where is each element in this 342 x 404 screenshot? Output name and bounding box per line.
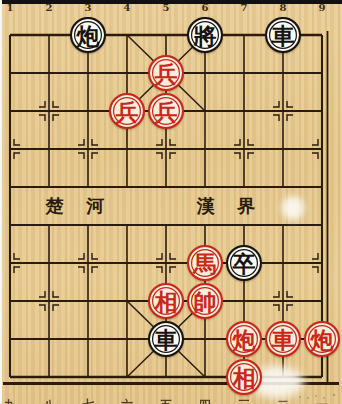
file-label-bottom: 三 — [238, 397, 250, 404]
top-border-bar — [0, 0, 342, 4]
piece-black-chariot[interactable]: 車 — [148, 321, 184, 357]
file-label-bottom: 九 — [4, 397, 16, 404]
piece-character: 兵 — [155, 100, 178, 123]
piece-character: 兵 — [116, 100, 139, 123]
piece-red-soldier[interactable]: 兵 — [148, 93, 184, 129]
piece-character: 炮 — [311, 328, 334, 351]
river-text-right: 漢 界 — [197, 194, 263, 218]
piece-red-cannon[interactable]: 炮 — [226, 321, 262, 357]
piece-character: 帥 — [194, 290, 217, 313]
file-label-bottom: 七 — [82, 397, 94, 404]
watermark-specks — [296, 392, 340, 402]
file-label-bottom: 六 — [121, 397, 133, 404]
piece-character: 車 — [155, 328, 178, 351]
piece-character: 相 — [155, 290, 178, 313]
smudge-blob — [282, 196, 304, 220]
river-text-left: 楚 河 — [46, 194, 112, 218]
piece-red-elephant[interactable]: 相 — [226, 359, 262, 395]
piece-character: 炮 — [77, 24, 100, 47]
piece-character: 兵 — [155, 62, 178, 85]
file-label-bottom: 二 — [277, 397, 289, 404]
piece-character: 卒 — [233, 252, 256, 275]
piece-character: 將 — [194, 24, 217, 47]
file-label-bottom: 五 — [160, 397, 172, 404]
piece-character: 相 — [233, 366, 256, 389]
file-label-bottom: 八 — [43, 397, 55, 404]
piece-red-soldier[interactable]: 兵 — [109, 93, 145, 129]
left-edge-strip — [0, 0, 2, 404]
piece-red-chariot[interactable]: 車 — [265, 321, 301, 357]
piece-character: 馬 — [194, 252, 217, 275]
piece-red-horse[interactable]: 馬 — [187, 245, 223, 281]
file-label-bottom: 四 — [199, 397, 211, 404]
xiangqi-board[interactable]: 123456789 九八七六五四三二一 楚 河 漢 界 炮將車兵兵兵馬卒相帥車炮… — [0, 0, 342, 404]
piece-character: 車 — [272, 24, 295, 47]
piece-red-elephant[interactable]: 相 — [148, 283, 184, 319]
piece-character: 車 — [272, 328, 295, 351]
piece-red-soldier[interactable]: 兵 — [148, 55, 184, 91]
piece-black-cannon[interactable]: 炮 — [70, 17, 106, 53]
piece-black-chariot[interactable]: 車 — [265, 17, 301, 53]
piece-red-cannon[interactable]: 炮 — [304, 321, 340, 357]
piece-black-soldier[interactable]: 卒 — [226, 245, 262, 281]
piece-black-general[interactable]: 將 — [187, 17, 223, 53]
piece-character: 炮 — [233, 328, 256, 351]
piece-red-general[interactable]: 帥 — [187, 283, 223, 319]
